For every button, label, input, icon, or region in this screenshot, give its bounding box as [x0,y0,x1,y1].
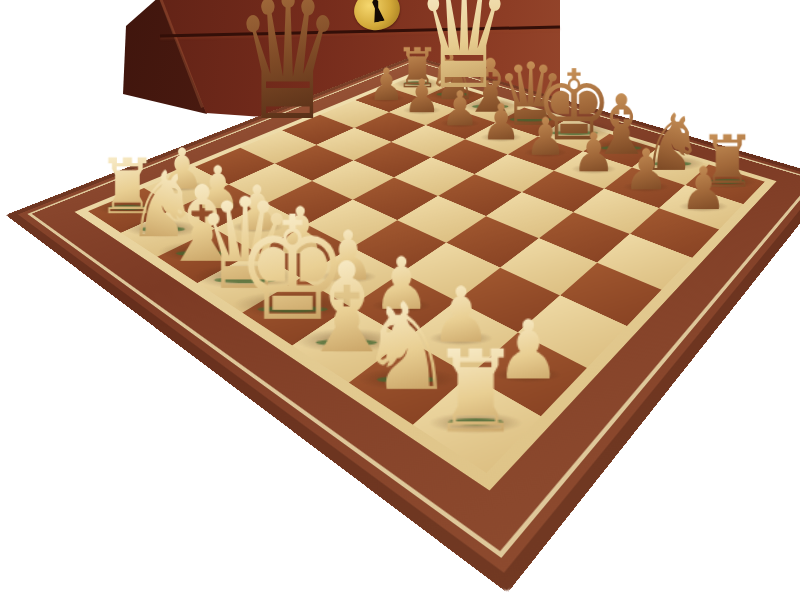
chess-set-photo: ♜♞♝♛♚♝♞♜♟♟♟♟♟♟♟♟♟♟♟♟♟♟♟♟♜♞♝♛♚♝♞♜ ♛ ♛ [0,0,800,600]
white-rook-glyph: ♜ [365,335,588,449]
white-rook-h1[interactable]: ♜ [352,336,600,426]
spare-dark-queen[interactable]: ♛ [218,0,357,144]
keyhole-icon [368,0,387,23]
black-pawn-h7[interactable]: ♟ [621,160,787,207]
spare-light-queen[interactable]: ♛ [403,0,526,110]
black-pawn-glyph: ♟ [629,160,778,219]
spare-dark-queen-glyph: ♛ [218,0,357,144]
spare-light-queen-glyph: ♛ [403,0,526,110]
